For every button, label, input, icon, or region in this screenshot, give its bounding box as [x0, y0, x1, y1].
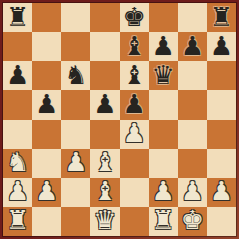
piece-white-rook[interactable]: ♜ [6, 207, 29, 233]
chess-board: ♜♚♜♝♟♟♟♟♞♝♛♟♟♟♟♞♟♝♟♟♝♟♟♟♜♛♜♚ [3, 3, 236, 236]
piece-black-pawn[interactable]: ♟ [181, 33, 204, 59]
piece-white-pawn[interactable]: ♟ [35, 178, 58, 204]
square-f1[interactable]: ♜ [149, 207, 178, 236]
square-d5[interactable]: ♟ [90, 90, 119, 119]
square-b7[interactable] [32, 32, 61, 61]
square-g4[interactable] [178, 120, 207, 149]
square-f8[interactable] [149, 3, 178, 32]
square-c3[interactable]: ♟ [61, 149, 90, 178]
square-h2[interactable]: ♟ [207, 178, 236, 207]
square-a2[interactable]: ♟ [3, 178, 32, 207]
piece-black-pawn[interactable]: ♟ [152, 33, 175, 59]
square-c8[interactable] [61, 3, 90, 32]
square-d8[interactable] [90, 3, 119, 32]
piece-black-queen[interactable]: ♛ [152, 62, 175, 88]
square-h6[interactable] [207, 61, 236, 90]
piece-black-bishop[interactable]: ♝ [122, 33, 145, 59]
piece-white-pawn[interactable]: ♟ [181, 178, 204, 204]
square-e5[interactable]: ♟ [120, 90, 149, 119]
square-g6[interactable] [178, 61, 207, 90]
square-h1[interactable] [207, 207, 236, 236]
square-c5[interactable] [61, 90, 90, 119]
square-f7[interactable]: ♟ [149, 32, 178, 61]
square-e3[interactable] [120, 149, 149, 178]
square-a4[interactable] [3, 120, 32, 149]
piece-black-king[interactable]: ♚ [122, 4, 145, 30]
square-d6[interactable] [90, 61, 119, 90]
piece-white-queen[interactable]: ♛ [93, 207, 116, 233]
square-g3[interactable] [178, 149, 207, 178]
square-h3[interactable] [207, 149, 236, 178]
square-e2[interactable] [120, 178, 149, 207]
square-b2[interactable]: ♟ [32, 178, 61, 207]
piece-white-knight[interactable]: ♞ [6, 149, 29, 175]
square-h7[interactable]: ♟ [207, 32, 236, 61]
square-c4[interactable] [61, 120, 90, 149]
piece-white-rook[interactable]: ♜ [152, 207, 175, 233]
square-a8[interactable]: ♜ [3, 3, 32, 32]
square-b1[interactable] [32, 207, 61, 236]
square-c1[interactable] [61, 207, 90, 236]
square-g8[interactable] [178, 3, 207, 32]
square-c2[interactable] [61, 178, 90, 207]
piece-black-pawn[interactable]: ♟ [93, 91, 116, 117]
square-d7[interactable] [90, 32, 119, 61]
piece-black-rook[interactable]: ♜ [210, 4, 233, 30]
square-b8[interactable] [32, 3, 61, 32]
piece-white-pawn[interactable]: ♟ [6, 178, 29, 204]
square-b5[interactable]: ♟ [32, 90, 61, 119]
board-frame: ♜♚♜♝♟♟♟♟♞♝♛♟♟♟♟♞♟♝♟♟♝♟♟♟♜♛♜♚ [0, 0, 239, 239]
square-f5[interactable] [149, 90, 178, 119]
piece-white-pawn[interactable]: ♟ [64, 149, 87, 175]
square-e7[interactable]: ♝ [120, 32, 149, 61]
square-a5[interactable] [3, 90, 32, 119]
piece-black-pawn[interactable]: ♟ [122, 91, 145, 117]
square-e1[interactable] [120, 207, 149, 236]
square-e6[interactable]: ♝ [120, 61, 149, 90]
square-a3[interactable]: ♞ [3, 149, 32, 178]
square-b3[interactable] [32, 149, 61, 178]
square-f4[interactable] [149, 120, 178, 149]
square-g2[interactable]: ♟ [178, 178, 207, 207]
square-g5[interactable] [178, 90, 207, 119]
square-a6[interactable]: ♟ [3, 61, 32, 90]
square-c6[interactable]: ♞ [61, 61, 90, 90]
square-b4[interactable] [32, 120, 61, 149]
piece-black-bishop[interactable]: ♝ [122, 62, 145, 88]
piece-black-rook[interactable]: ♜ [6, 4, 29, 30]
square-g1[interactable]: ♚ [178, 207, 207, 236]
square-a1[interactable]: ♜ [3, 207, 32, 236]
square-g7[interactable]: ♟ [178, 32, 207, 61]
square-e8[interactable]: ♚ [120, 3, 149, 32]
piece-black-pawn[interactable]: ♟ [35, 91, 58, 117]
square-h4[interactable] [207, 120, 236, 149]
square-h5[interactable] [207, 90, 236, 119]
piece-white-king[interactable]: ♚ [181, 207, 204, 233]
square-d2[interactable]: ♝ [90, 178, 119, 207]
square-f3[interactable] [149, 149, 178, 178]
square-d3[interactable]: ♝ [90, 149, 119, 178]
square-c7[interactable] [61, 32, 90, 61]
square-f6[interactable]: ♛ [149, 61, 178, 90]
square-e4[interactable]: ♟ [120, 120, 149, 149]
square-b6[interactable] [32, 61, 61, 90]
piece-black-pawn[interactable]: ♟ [210, 33, 233, 59]
piece-white-pawn[interactable]: ♟ [122, 120, 145, 146]
piece-white-pawn[interactable]: ♟ [152, 178, 175, 204]
piece-white-pawn[interactable]: ♟ [210, 178, 233, 204]
square-f2[interactable]: ♟ [149, 178, 178, 207]
square-a7[interactable] [3, 32, 32, 61]
piece-black-knight[interactable]: ♞ [64, 62, 87, 88]
square-d4[interactable] [90, 120, 119, 149]
square-d1[interactable]: ♛ [90, 207, 119, 236]
piece-black-pawn[interactable]: ♟ [6, 62, 29, 88]
piece-white-bishop[interactable]: ♝ [93, 149, 116, 175]
square-h8[interactable]: ♜ [207, 3, 236, 32]
piece-white-bishop[interactable]: ♝ [93, 178, 116, 204]
